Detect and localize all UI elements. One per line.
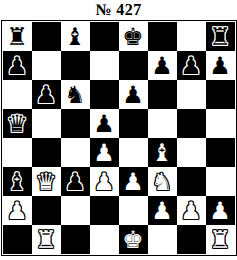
square-f1 xyxy=(148,225,177,254)
white-bishop-icon: ♝ xyxy=(151,141,173,165)
square-c3: ♟ xyxy=(61,167,90,196)
white-pawn-icon: ♟ xyxy=(209,199,231,223)
square-a5: ♛ xyxy=(3,109,32,138)
chess-board: ♜♝♚♜♟♟♟♟♟♞♟♛♟♟♝♝♛♟♟♟♞♟♟♟♟♜♚♜ xyxy=(1,20,237,256)
white-king-icon: ♚ xyxy=(122,228,144,252)
black-pawn-icon: ♟ xyxy=(35,83,57,107)
square-h1: ♜ xyxy=(206,225,235,254)
square-g2: ♟ xyxy=(177,196,206,225)
square-h5 xyxy=(206,109,235,138)
square-f2: ♟ xyxy=(148,196,177,225)
black-pawn-icon: ♟ xyxy=(122,83,144,107)
square-e3: ♟ xyxy=(119,167,148,196)
square-g4 xyxy=(177,138,206,167)
square-e7 xyxy=(119,51,148,80)
square-h6 xyxy=(206,80,235,109)
square-h4 xyxy=(206,138,235,167)
square-e8: ♚ xyxy=(119,22,148,51)
black-king-icon: ♚ xyxy=(122,25,144,49)
square-f3: ♞ xyxy=(148,167,177,196)
square-g8 xyxy=(177,22,206,51)
square-d6 xyxy=(90,80,119,109)
square-c4 xyxy=(61,138,90,167)
square-g1 xyxy=(177,225,206,254)
white-pawn-icon: ♟ xyxy=(122,170,144,194)
black-pawn-icon: ♟ xyxy=(180,54,202,78)
square-c5 xyxy=(61,109,90,138)
square-c6: ♞ xyxy=(61,80,90,109)
square-a7: ♟ xyxy=(3,51,32,80)
white-pawn-icon: ♟ xyxy=(6,199,28,223)
square-g6 xyxy=(177,80,206,109)
black-bishop-icon: ♝ xyxy=(6,170,28,194)
square-a3: ♝ xyxy=(3,167,32,196)
square-g7: ♟ xyxy=(177,51,206,80)
black-pawn-icon: ♟ xyxy=(6,54,28,78)
puzzle-number-title: № 427 xyxy=(0,0,237,20)
square-b7 xyxy=(32,51,61,80)
black-rook-icon: ♜ xyxy=(209,25,231,49)
black-queen-icon: ♛ xyxy=(6,112,28,136)
square-d3: ♟ xyxy=(90,167,119,196)
black-knight-icon: ♞ xyxy=(64,83,86,107)
square-h3 xyxy=(206,167,235,196)
square-d4: ♟ xyxy=(90,138,119,167)
square-a8: ♜ xyxy=(3,22,32,51)
white-pawn-icon: ♟ xyxy=(93,141,115,165)
square-b4 xyxy=(32,138,61,167)
white-queen-icon: ♛ xyxy=(35,170,57,194)
square-c7 xyxy=(61,51,90,80)
square-a6 xyxy=(3,80,32,109)
square-e2 xyxy=(119,196,148,225)
square-h2: ♟ xyxy=(206,196,235,225)
white-rook-icon: ♜ xyxy=(35,228,57,252)
square-d2 xyxy=(90,196,119,225)
square-e4 xyxy=(119,138,148,167)
square-a2: ♟ xyxy=(3,196,32,225)
square-c1 xyxy=(61,225,90,254)
square-a1 xyxy=(3,225,32,254)
square-e5 xyxy=(119,109,148,138)
white-rook-icon: ♜ xyxy=(209,228,231,252)
square-f8 xyxy=(148,22,177,51)
square-b8 xyxy=(32,22,61,51)
square-b6: ♟ xyxy=(32,80,61,109)
chess-diagram-page: № 427 ♜♝♚♜♟♟♟♟♟♞♟♛♟♟♝♝♛♟♟♟♞♟♟♟♟♜♚♜ xyxy=(0,0,237,260)
square-f6 xyxy=(148,80,177,109)
square-f7: ♟ xyxy=(148,51,177,80)
square-c2 xyxy=(61,196,90,225)
white-knight-icon: ♞ xyxy=(151,170,173,194)
white-pawn-icon: ♟ xyxy=(180,199,202,223)
square-d5: ♟ xyxy=(90,109,119,138)
square-h8: ♜ xyxy=(206,22,235,51)
square-b5 xyxy=(32,109,61,138)
black-pawn-icon: ♟ xyxy=(151,54,173,78)
black-pawn-icon: ♟ xyxy=(93,112,115,136)
square-e1: ♚ xyxy=(119,225,148,254)
black-rook-icon: ♜ xyxy=(6,25,28,49)
black-pawn-icon: ♟ xyxy=(64,170,86,194)
square-b1: ♜ xyxy=(32,225,61,254)
square-b2 xyxy=(32,196,61,225)
square-h7: ♟ xyxy=(206,51,235,80)
square-b3: ♛ xyxy=(32,167,61,196)
square-g5 xyxy=(177,109,206,138)
square-e6: ♟ xyxy=(119,80,148,109)
square-d7 xyxy=(90,51,119,80)
white-pawn-icon: ♟ xyxy=(151,199,173,223)
square-d8 xyxy=(90,22,119,51)
square-c8: ♝ xyxy=(61,22,90,51)
black-pawn-icon: ♟ xyxy=(209,54,231,78)
square-d1 xyxy=(90,225,119,254)
square-f5 xyxy=(148,109,177,138)
square-a4 xyxy=(3,138,32,167)
square-f4: ♝ xyxy=(148,138,177,167)
white-pawn-icon: ♟ xyxy=(93,170,115,194)
black-bishop-icon: ♝ xyxy=(64,25,86,49)
square-g3 xyxy=(177,167,206,196)
